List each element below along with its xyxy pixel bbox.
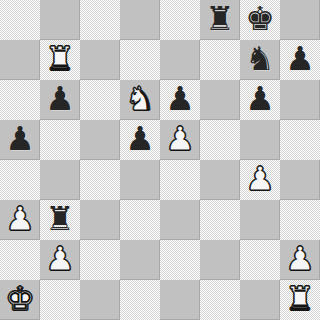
white-knight-piece: ♞ (125, 79, 155, 119)
square-h7[interactable]: ♟ (280, 40, 320, 80)
square-g8[interactable]: ♚ (240, 0, 280, 40)
square-b5[interactable] (40, 120, 80, 160)
square-b1[interactable] (40, 280, 80, 320)
square-a1[interactable]: ♚ (0, 280, 40, 320)
square-f3[interactable] (200, 200, 240, 240)
square-a5[interactable]: ♟ (0, 120, 40, 160)
square-g6[interactable]: ♟ (240, 80, 280, 120)
square-g7[interactable]: ♞ (240, 40, 280, 80)
black-pawn-piece: ♟ (285, 39, 315, 79)
square-g4[interactable]: ♟ (240, 160, 280, 200)
square-f8[interactable]: ♜ (200, 0, 240, 40)
square-e6[interactable]: ♟ (160, 80, 200, 120)
square-f5[interactable] (200, 120, 240, 160)
square-d4[interactable] (120, 160, 160, 200)
square-c3[interactable] (80, 200, 120, 240)
white-pawn-piece: ♟ (5, 199, 35, 239)
square-a4[interactable] (0, 160, 40, 200)
black-pawn-piece: ♟ (45, 79, 75, 119)
square-c8[interactable] (80, 0, 120, 40)
square-d5[interactable]: ♟ (120, 120, 160, 160)
white-rook-piece: ♜ (285, 279, 315, 319)
white-pawn-piece: ♟ (285, 239, 315, 279)
black-pawn-piece: ♟ (5, 119, 35, 159)
square-d6[interactable]: ♞ (120, 80, 160, 120)
square-e3[interactable] (160, 200, 200, 240)
square-c4[interactable] (80, 160, 120, 200)
square-c7[interactable] (80, 40, 120, 80)
square-f7[interactable] (200, 40, 240, 80)
square-b8[interactable] (40, 0, 80, 40)
square-c2[interactable] (80, 240, 120, 280)
black-pawn-piece: ♟ (245, 79, 275, 119)
square-g2[interactable] (240, 240, 280, 280)
square-e7[interactable] (160, 40, 200, 80)
square-d2[interactable] (120, 240, 160, 280)
white-pawn-piece: ♟ (165, 119, 195, 159)
white-pawn-piece: ♟ (45, 239, 75, 279)
square-f6[interactable] (200, 80, 240, 120)
square-g3[interactable] (240, 200, 280, 240)
square-g1[interactable] (240, 280, 280, 320)
square-f4[interactable] (200, 160, 240, 200)
square-e5[interactable]: ♟ (160, 120, 200, 160)
square-d7[interactable] (120, 40, 160, 80)
square-h1[interactable]: ♜ (280, 280, 320, 320)
square-a7[interactable] (0, 40, 40, 80)
square-e4[interactable] (160, 160, 200, 200)
square-d3[interactable] (120, 200, 160, 240)
white-king-piece: ♚ (5, 279, 35, 319)
square-h2[interactable]: ♟ (280, 240, 320, 280)
black-rook-piece: ♜ (45, 199, 75, 239)
square-g5[interactable] (240, 120, 280, 160)
square-b7[interactable]: ♜ (40, 40, 80, 80)
square-h6[interactable] (280, 80, 320, 120)
square-b3[interactable]: ♜ (40, 200, 80, 240)
black-pawn-piece: ♟ (125, 119, 155, 159)
square-e8[interactable] (160, 0, 200, 40)
square-c5[interactable] (80, 120, 120, 160)
white-pawn-piece: ♟ (245, 159, 275, 199)
square-a8[interactable] (0, 0, 40, 40)
black-knight-piece: ♞ (245, 39, 275, 79)
square-h3[interactable] (280, 200, 320, 240)
chess-board: ♜♚♜♞♟♟♞♟♟♟♟♟♟♟♜♟♟♚♜ (0, 0, 320, 320)
white-rook-piece: ♜ (45, 39, 75, 79)
square-b2[interactable]: ♟ (40, 240, 80, 280)
square-f1[interactable] (200, 280, 240, 320)
square-b4[interactable] (40, 160, 80, 200)
square-c6[interactable] (80, 80, 120, 120)
black-king-piece: ♚ (245, 0, 275, 39)
square-f2[interactable] (200, 240, 240, 280)
square-a2[interactable] (0, 240, 40, 280)
black-pawn-piece: ♟ (165, 79, 195, 119)
square-h8[interactable] (280, 0, 320, 40)
square-c1[interactable] (80, 280, 120, 320)
black-rook-piece: ♜ (205, 0, 235, 39)
square-d1[interactable] (120, 280, 160, 320)
square-b6[interactable]: ♟ (40, 80, 80, 120)
square-h5[interactable] (280, 120, 320, 160)
square-h4[interactable] (280, 160, 320, 200)
square-e1[interactable] (160, 280, 200, 320)
square-a3[interactable]: ♟ (0, 200, 40, 240)
square-d8[interactable] (120, 0, 160, 40)
square-e2[interactable] (160, 240, 200, 280)
square-a6[interactable] (0, 80, 40, 120)
